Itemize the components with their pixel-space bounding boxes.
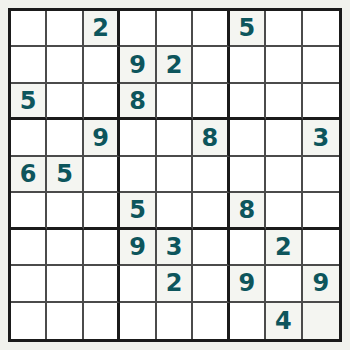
- cell-r6c1[interactable]: [11, 193, 47, 229]
- given-digit-r9c9[interactable]: [303, 303, 339, 339]
- cell-r5c8[interactable]: [266, 157, 302, 193]
- cell-r9c7[interactable]: [230, 303, 266, 339]
- given-digit-r4c6[interactable]: 8: [193, 120, 229, 156]
- sudoku-board: 25925898365589322994: [8, 8, 342, 342]
- cell-r5c3[interactable]: [84, 157, 120, 193]
- given-digit-r1c7[interactable]: 5: [230, 11, 266, 47]
- cell-r3c5[interactable]: [157, 84, 193, 120]
- given-digit-r7c4[interactable]: 9: [120, 230, 156, 266]
- cell-r1c4[interactable]: [120, 11, 156, 47]
- cell-r5c4[interactable]: [120, 157, 156, 193]
- cell-r3c8[interactable]: [266, 84, 302, 120]
- given-digit-r5c1[interactable]: 6: [11, 157, 47, 193]
- cell-r4c4[interactable]: [120, 120, 156, 156]
- cell-r5c6[interactable]: [193, 157, 229, 193]
- given-digit-r5c2[interactable]: 5: [47, 157, 83, 193]
- cell-r9c2[interactable]: [47, 303, 83, 339]
- given-digit-r9c8[interactable]: 4: [266, 303, 302, 339]
- given-digit-r6c4[interactable]: 5: [120, 193, 156, 229]
- given-digit-r7c8[interactable]: 2: [266, 230, 302, 266]
- cell-r4c5[interactable]: [157, 120, 193, 156]
- cell-r2c7[interactable]: [230, 47, 266, 83]
- cell-r8c2[interactable]: [47, 266, 83, 302]
- cell-r1c8[interactable]: [266, 11, 302, 47]
- given-digit-r3c1[interactable]: 5: [11, 84, 47, 120]
- given-digit-r8c7[interactable]: 9: [230, 266, 266, 302]
- given-digit-r8c9[interactable]: 9: [303, 266, 339, 302]
- cell-r9c1[interactable]: [11, 303, 47, 339]
- cell-r1c6[interactable]: [193, 11, 229, 47]
- cell-r7c6[interactable]: [193, 230, 229, 266]
- cell-r2c1[interactable]: [11, 47, 47, 83]
- cell-r6c3[interactable]: [84, 193, 120, 229]
- cell-r1c9[interactable]: [303, 11, 339, 47]
- cell-r7c2[interactable]: [47, 230, 83, 266]
- cell-r2c6[interactable]: [193, 47, 229, 83]
- given-digit-r4c3[interactable]: 9: [84, 120, 120, 156]
- cell-r9c3[interactable]: [84, 303, 120, 339]
- cell-r9c5[interactable]: [157, 303, 193, 339]
- cell-r4c1[interactable]: [11, 120, 47, 156]
- cell-r2c3[interactable]: [84, 47, 120, 83]
- cell-r6c2[interactable]: [47, 193, 83, 229]
- cell-r8c6[interactable]: [193, 266, 229, 302]
- cell-r7c3[interactable]: [84, 230, 120, 266]
- cell-r4c8[interactable]: [266, 120, 302, 156]
- cell-r3c7[interactable]: [230, 84, 266, 120]
- given-digit-r1c3[interactable]: 2: [84, 11, 120, 47]
- given-digit-r2c4[interactable]: 9: [120, 47, 156, 83]
- cell-r7c9[interactable]: [303, 230, 339, 266]
- given-digit-r4c9[interactable]: 3: [303, 120, 339, 156]
- cell-r3c9[interactable]: [303, 84, 339, 120]
- cell-r3c2[interactable]: [47, 84, 83, 120]
- cell-r3c3[interactable]: [84, 84, 120, 120]
- cell-r4c2[interactable]: [47, 120, 83, 156]
- cell-r5c7[interactable]: [230, 157, 266, 193]
- cell-r8c4[interactable]: [120, 266, 156, 302]
- cell-r8c1[interactable]: [11, 266, 47, 302]
- cell-r6c8[interactable]: [266, 193, 302, 229]
- cell-r3c6[interactable]: [193, 84, 229, 120]
- given-digit-r3c4[interactable]: 8: [120, 84, 156, 120]
- cell-r5c9[interactable]: [303, 157, 339, 193]
- given-digit-r2c5[interactable]: 2: [157, 47, 193, 83]
- given-digit-r8c5[interactable]: 2: [157, 266, 193, 302]
- cell-r1c2[interactable]: [47, 11, 83, 47]
- cell-r2c9[interactable]: [303, 47, 339, 83]
- cell-r7c7[interactable]: [230, 230, 266, 266]
- cell-r8c8[interactable]: [266, 266, 302, 302]
- cell-r1c1[interactable]: [11, 11, 47, 47]
- cell-r9c6[interactable]: [193, 303, 229, 339]
- given-digit-r6c7[interactable]: 8: [230, 193, 266, 229]
- given-digit-r7c5[interactable]: 3: [157, 230, 193, 266]
- cell-r8c3[interactable]: [84, 266, 120, 302]
- cell-r1c5[interactable]: [157, 11, 193, 47]
- cell-r9c4[interactable]: [120, 303, 156, 339]
- cell-r4c7[interactable]: [230, 120, 266, 156]
- cell-r7c1[interactable]: [11, 230, 47, 266]
- cell-r5c5[interactable]: [157, 157, 193, 193]
- cell-r6c6[interactable]: [193, 193, 229, 229]
- cell-r6c5[interactable]: [157, 193, 193, 229]
- cell-r6c9[interactable]: [303, 193, 339, 229]
- cell-r2c8[interactable]: [266, 47, 302, 83]
- cell-r2c2[interactable]: [47, 47, 83, 83]
